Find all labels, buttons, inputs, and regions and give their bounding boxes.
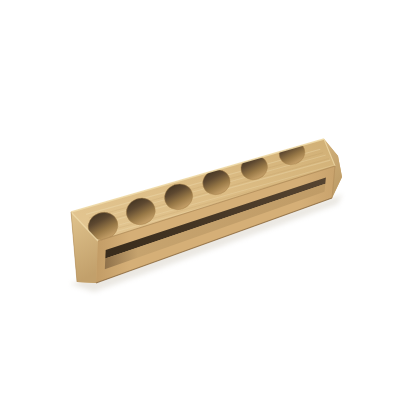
photo-stage: [0, 0, 400, 400]
bamboo-rack-photo: [0, 0, 400, 400]
